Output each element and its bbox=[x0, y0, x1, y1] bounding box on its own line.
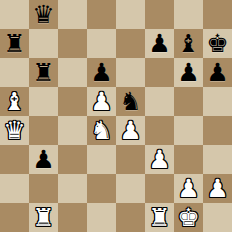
square-a7[interactable]: ♜ bbox=[0, 29, 29, 58]
square-c6[interactable] bbox=[58, 58, 87, 87]
black-queen-piece: ♛ bbox=[32, 0, 54, 29]
square-g5[interactable] bbox=[174, 87, 203, 116]
black-pawn-piece: ♟ bbox=[206, 58, 228, 87]
square-f3[interactable]: ♟ bbox=[145, 145, 174, 174]
square-c7[interactable] bbox=[58, 29, 87, 58]
square-f1[interactable]: ♜ bbox=[145, 203, 174, 232]
white-pawn-piece: ♟ bbox=[206, 174, 228, 203]
square-c5[interactable] bbox=[58, 87, 87, 116]
square-d8[interactable] bbox=[87, 0, 116, 29]
square-h6[interactable]: ♟ bbox=[203, 58, 232, 87]
black-pawn-piece: ♟ bbox=[32, 145, 54, 174]
square-h8[interactable] bbox=[203, 0, 232, 29]
square-c1[interactable] bbox=[58, 203, 87, 232]
square-h5[interactable] bbox=[203, 87, 232, 116]
square-g1[interactable]: ♚ bbox=[174, 203, 203, 232]
square-b3[interactable]: ♟ bbox=[29, 145, 58, 174]
square-e8[interactable] bbox=[116, 0, 145, 29]
square-a3[interactable] bbox=[0, 145, 29, 174]
square-e4[interactable]: ♟ bbox=[116, 116, 145, 145]
square-g4[interactable] bbox=[174, 116, 203, 145]
square-f4[interactable] bbox=[145, 116, 174, 145]
square-e3[interactable] bbox=[116, 145, 145, 174]
white-bishop-piece: ♝ bbox=[3, 87, 25, 116]
square-d5[interactable]: ♟ bbox=[87, 87, 116, 116]
square-f5[interactable] bbox=[145, 87, 174, 116]
square-b6[interactable]: ♜ bbox=[29, 58, 58, 87]
square-h4[interactable] bbox=[203, 116, 232, 145]
black-knight-piece: ♞ bbox=[119, 87, 141, 116]
square-a5[interactable]: ♝ bbox=[0, 87, 29, 116]
black-pawn-piece: ♟ bbox=[148, 29, 170, 58]
square-f2[interactable] bbox=[145, 174, 174, 203]
square-b1[interactable]: ♜ bbox=[29, 203, 58, 232]
square-h7[interactable]: ♚ bbox=[203, 29, 232, 58]
white-knight-piece: ♞ bbox=[90, 116, 112, 145]
square-f6[interactable] bbox=[145, 58, 174, 87]
black-king-piece: ♚ bbox=[206, 29, 228, 58]
white-king-piece: ♚ bbox=[177, 203, 199, 232]
square-c2[interactable] bbox=[58, 174, 87, 203]
square-b5[interactable] bbox=[29, 87, 58, 116]
white-pawn-piece: ♟ bbox=[148, 145, 170, 174]
square-e1[interactable] bbox=[116, 203, 145, 232]
white-queen-piece: ♛ bbox=[3, 116, 25, 145]
square-g6[interactable]: ♟ bbox=[174, 58, 203, 87]
square-f7[interactable]: ♟ bbox=[145, 29, 174, 58]
square-b2[interactable] bbox=[29, 174, 58, 203]
square-e6[interactable] bbox=[116, 58, 145, 87]
white-pawn-piece: ♟ bbox=[177, 174, 199, 203]
square-a4[interactable]: ♛ bbox=[0, 116, 29, 145]
white-pawn-piece: ♟ bbox=[90, 87, 112, 116]
square-h1[interactable] bbox=[203, 203, 232, 232]
square-b8[interactable]: ♛ bbox=[29, 0, 58, 29]
square-g3[interactable] bbox=[174, 145, 203, 174]
square-g2[interactable]: ♟ bbox=[174, 174, 203, 203]
chess-board: ♛♜♟♝♚♜♟♟♟♝♟♞♛♞♟♟♟♟♟♜♜♚ bbox=[0, 0, 232, 232]
square-h2[interactable]: ♟ bbox=[203, 174, 232, 203]
square-c8[interactable] bbox=[58, 0, 87, 29]
square-d3[interactable] bbox=[87, 145, 116, 174]
square-a2[interactable] bbox=[0, 174, 29, 203]
square-d7[interactable] bbox=[87, 29, 116, 58]
square-c3[interactable] bbox=[58, 145, 87, 174]
square-a6[interactable] bbox=[0, 58, 29, 87]
square-d1[interactable] bbox=[87, 203, 116, 232]
white-rook-piece: ♜ bbox=[148, 203, 170, 232]
white-pawn-piece: ♟ bbox=[119, 116, 141, 145]
square-e7[interactable] bbox=[116, 29, 145, 58]
square-g7[interactable]: ♝ bbox=[174, 29, 203, 58]
white-rook-piece: ♜ bbox=[32, 203, 54, 232]
square-d2[interactable] bbox=[87, 174, 116, 203]
black-bishop-piece: ♝ bbox=[177, 29, 199, 58]
black-rook-piece: ♜ bbox=[32, 58, 54, 87]
square-b7[interactable] bbox=[29, 29, 58, 58]
square-g8[interactable] bbox=[174, 0, 203, 29]
black-pawn-piece: ♟ bbox=[90, 58, 112, 87]
square-h3[interactable] bbox=[203, 145, 232, 174]
black-pawn-piece: ♟ bbox=[177, 58, 199, 87]
black-rook-piece: ♜ bbox=[3, 29, 25, 58]
square-f8[interactable] bbox=[145, 0, 174, 29]
square-c4[interactable] bbox=[58, 116, 87, 145]
square-a8[interactable] bbox=[0, 0, 29, 29]
square-e5[interactable]: ♞ bbox=[116, 87, 145, 116]
square-d4[interactable]: ♞ bbox=[87, 116, 116, 145]
square-a1[interactable] bbox=[0, 203, 29, 232]
square-e2[interactable] bbox=[116, 174, 145, 203]
square-b4[interactable] bbox=[29, 116, 58, 145]
square-d6[interactable]: ♟ bbox=[87, 58, 116, 87]
